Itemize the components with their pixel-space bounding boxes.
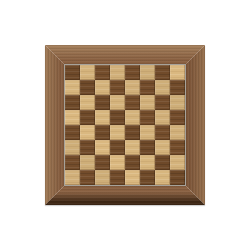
board-square[interactable] <box>170 80 185 95</box>
board-square[interactable] <box>65 80 80 95</box>
board-square[interactable] <box>80 170 95 185</box>
board-square[interactable] <box>65 170 80 185</box>
board-square[interactable] <box>155 140 170 155</box>
board-square[interactable] <box>155 125 170 140</box>
board-square[interactable] <box>125 140 140 155</box>
board-square[interactable] <box>155 95 170 110</box>
board-square[interactable] <box>155 155 170 170</box>
board-square[interactable] <box>95 65 110 80</box>
board-square[interactable] <box>170 125 185 140</box>
photo-background <box>0 0 250 250</box>
board-square[interactable] <box>65 125 80 140</box>
board-square[interactable] <box>110 125 125 140</box>
board-square[interactable] <box>170 155 185 170</box>
board-square[interactable] <box>125 110 140 125</box>
board-square[interactable] <box>80 155 95 170</box>
board-square[interactable] <box>95 140 110 155</box>
board-square[interactable] <box>140 155 155 170</box>
board-square[interactable] <box>155 65 170 80</box>
board-square[interactable] <box>80 140 95 155</box>
board-square[interactable] <box>170 65 185 80</box>
board-square[interactable] <box>65 65 80 80</box>
board-square[interactable] <box>140 95 155 110</box>
board-square[interactable] <box>140 80 155 95</box>
board-square[interactable] <box>125 155 140 170</box>
board-square[interactable] <box>95 125 110 140</box>
board-square[interactable] <box>95 110 110 125</box>
board-square[interactable] <box>155 170 170 185</box>
board-square[interactable] <box>95 170 110 185</box>
board-square[interactable] <box>65 140 80 155</box>
board-square[interactable] <box>170 140 185 155</box>
board-square[interactable] <box>140 170 155 185</box>
board-square[interactable] <box>80 80 95 95</box>
playing-area <box>65 65 185 185</box>
board-square[interactable] <box>65 110 80 125</box>
board-square[interactable] <box>110 95 125 110</box>
board-square[interactable] <box>95 95 110 110</box>
board-square[interactable] <box>140 110 155 125</box>
board-square[interactable] <box>140 125 155 140</box>
board-square[interactable] <box>140 65 155 80</box>
board-square[interactable] <box>80 110 95 125</box>
board-square[interactable] <box>110 110 125 125</box>
board-square[interactable] <box>65 155 80 170</box>
board-square[interactable] <box>110 140 125 155</box>
board-square[interactable] <box>110 65 125 80</box>
board-square[interactable] <box>155 80 170 95</box>
board-square[interactable] <box>155 110 170 125</box>
board-square[interactable] <box>125 125 140 140</box>
board-square[interactable] <box>95 155 110 170</box>
board-square[interactable] <box>125 65 140 80</box>
board-square[interactable] <box>110 155 125 170</box>
board-square[interactable] <box>125 170 140 185</box>
board-square[interactable] <box>110 170 125 185</box>
chess-board <box>45 45 205 205</box>
board-square[interactable] <box>80 65 95 80</box>
board-square[interactable] <box>170 95 185 110</box>
board-square[interactable] <box>125 95 140 110</box>
board-square[interactable] <box>110 80 125 95</box>
board-square[interactable] <box>80 125 95 140</box>
board-square[interactable] <box>140 140 155 155</box>
board-square[interactable] <box>65 95 80 110</box>
board-square[interactable] <box>95 80 110 95</box>
board-square[interactable] <box>125 80 140 95</box>
board-square[interactable] <box>80 95 95 110</box>
board-square[interactable] <box>170 170 185 185</box>
board-square[interactable] <box>170 110 185 125</box>
